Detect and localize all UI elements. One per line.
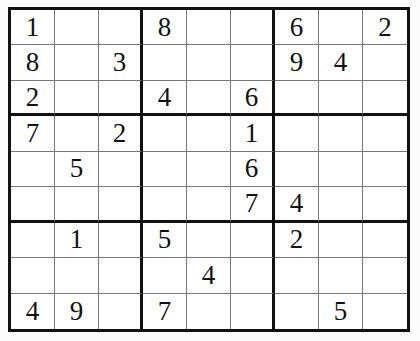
- cell-r4c3[interactable]: 2: [99, 116, 143, 151]
- cell-r7c6[interactable]: [231, 223, 275, 258]
- cell-r7c1[interactable]: [11, 223, 55, 258]
- cell-r3c9[interactable]: [363, 81, 407, 116]
- cell-r9c5[interactable]: [187, 294, 231, 329]
- cell-r8c1[interactable]: [11, 258, 55, 293]
- cell-r5c7[interactable]: [275, 152, 319, 187]
- cell-r8c9[interactable]: [363, 258, 407, 293]
- cell-r2c2[interactable]: [55, 45, 99, 80]
- cell-r1c8[interactable]: [319, 10, 363, 45]
- cell-r7c9[interactable]: [363, 223, 407, 258]
- cell-r1c4[interactable]: 8: [143, 10, 187, 45]
- cell-r2c3[interactable]: 3: [99, 45, 143, 80]
- cell-r4c6[interactable]: 1: [231, 116, 275, 151]
- cell-r7c3[interactable]: [99, 223, 143, 258]
- cell-r5c3[interactable]: [99, 152, 143, 187]
- cell-r9c2[interactable]: 9: [55, 294, 99, 329]
- sudoku-board: 18628394246721567415244975: [8, 7, 410, 332]
- cell-r7c8[interactable]: [319, 223, 363, 258]
- cell-r6c9[interactable]: [363, 187, 407, 222]
- cell-r1c6[interactable]: [231, 10, 275, 45]
- cell-r4c7[interactable]: [275, 116, 319, 151]
- cell-r9c3[interactable]: [99, 294, 143, 329]
- cell-r5c8[interactable]: [319, 152, 363, 187]
- cell-r4c8[interactable]: [319, 116, 363, 151]
- cell-r1c7[interactable]: 6: [275, 10, 319, 45]
- cell-r3c8[interactable]: [319, 81, 363, 116]
- cell-r1c3[interactable]: [99, 10, 143, 45]
- cell-r3c1[interactable]: 2: [11, 81, 55, 116]
- cell-r4c9[interactable]: [363, 116, 407, 151]
- cell-r5c2[interactable]: 5: [55, 152, 99, 187]
- cell-r1c9[interactable]: 2: [363, 10, 407, 45]
- cell-r6c5[interactable]: [187, 187, 231, 222]
- cell-r4c1[interactable]: 7: [11, 116, 55, 151]
- cell-r3c4[interactable]: 4: [143, 81, 187, 116]
- cell-r6c6[interactable]: 7: [231, 187, 275, 222]
- cell-r5c4[interactable]: [143, 152, 187, 187]
- cell-r2c6[interactable]: [231, 45, 275, 80]
- cell-r7c7[interactable]: 2: [275, 223, 319, 258]
- cell-r3c2[interactable]: [55, 81, 99, 116]
- cell-r8c4[interactable]: [143, 258, 187, 293]
- cell-r1c1[interactable]: 1: [11, 10, 55, 45]
- cell-r1c5[interactable]: [187, 10, 231, 45]
- cell-r9c8[interactable]: 5: [319, 294, 363, 329]
- cell-r8c8[interactable]: [319, 258, 363, 293]
- cell-r6c3[interactable]: [99, 187, 143, 222]
- cell-r4c4[interactable]: [143, 116, 187, 151]
- cell-r5c1[interactable]: [11, 152, 55, 187]
- cell-r9c9[interactable]: [363, 294, 407, 329]
- cell-r5c5[interactable]: [187, 152, 231, 187]
- cell-r8c5[interactable]: 4: [187, 258, 231, 293]
- cell-r7c5[interactable]: [187, 223, 231, 258]
- cell-r1c2[interactable]: [55, 10, 99, 45]
- cell-r3c7[interactable]: [275, 81, 319, 116]
- cell-r9c7[interactable]: [275, 294, 319, 329]
- cell-r9c1[interactable]: 4: [11, 294, 55, 329]
- cell-r6c4[interactable]: [143, 187, 187, 222]
- cell-r4c2[interactable]: [55, 116, 99, 151]
- cell-r3c5[interactable]: [187, 81, 231, 116]
- cell-r2c7[interactable]: 9: [275, 45, 319, 80]
- cell-r4c5[interactable]: [187, 116, 231, 151]
- cell-r6c7[interactable]: 4: [275, 187, 319, 222]
- cell-r6c8[interactable]: [319, 187, 363, 222]
- cell-r8c6[interactable]: [231, 258, 275, 293]
- cell-r3c3[interactable]: [99, 81, 143, 116]
- cell-r2c5[interactable]: [187, 45, 231, 80]
- cell-r5c9[interactable]: [363, 152, 407, 187]
- cell-r8c2[interactable]: [55, 258, 99, 293]
- cell-r3c6[interactable]: 6: [231, 81, 275, 116]
- cell-r2c9[interactable]: [363, 45, 407, 80]
- cell-r8c3[interactable]: [99, 258, 143, 293]
- cell-r9c6[interactable]: [231, 294, 275, 329]
- cell-r7c2[interactable]: 1: [55, 223, 99, 258]
- cell-r6c1[interactable]: [11, 187, 55, 222]
- cell-r8c7[interactable]: [275, 258, 319, 293]
- cell-r6c2[interactable]: [55, 187, 99, 222]
- cell-r9c4[interactable]: 7: [143, 294, 187, 329]
- cell-r2c8[interactable]: 4: [319, 45, 363, 80]
- cell-r2c1[interactable]: 8: [11, 45, 55, 80]
- cell-r7c4[interactable]: 5: [143, 223, 187, 258]
- cell-r2c4[interactable]: [143, 45, 187, 80]
- cell-r5c6[interactable]: 6: [231, 152, 275, 187]
